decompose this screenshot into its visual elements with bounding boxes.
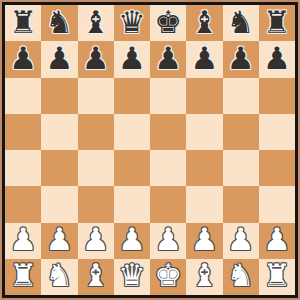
square-f3[interactable] xyxy=(186,186,222,222)
square-f5[interactable] xyxy=(186,114,222,150)
square-d4[interactable] xyxy=(114,150,150,186)
white-pawn[interactable]: ♟ xyxy=(9,224,37,255)
square-e6[interactable] xyxy=(150,78,186,114)
square-d8[interactable]: ♛ xyxy=(114,5,150,41)
white-bishop[interactable]: ♝ xyxy=(82,260,110,291)
white-rook[interactable]: ♜ xyxy=(263,260,291,291)
square-h4[interactable] xyxy=(259,150,295,186)
square-b1[interactable]: ♞ xyxy=(41,259,77,295)
chess-board: ♜♞♝♛♚♝♞♜♟♟♟♟♟♟♟♟♟♟♟♟♟♟♟♟♜♞♝♛♚♝♞♜ xyxy=(2,2,298,298)
square-c7[interactable]: ♟ xyxy=(78,41,114,77)
square-c2[interactable]: ♟ xyxy=(78,223,114,259)
square-e1[interactable]: ♚ xyxy=(150,259,186,295)
white-pawn[interactable]: ♟ xyxy=(190,224,218,255)
square-a4[interactable] xyxy=(5,150,41,186)
white-pawn[interactable]: ♟ xyxy=(82,224,110,255)
square-a8[interactable]: ♜ xyxy=(5,5,41,41)
black-rook[interactable]: ♜ xyxy=(9,7,37,38)
square-c8[interactable]: ♝ xyxy=(78,5,114,41)
square-d6[interactable] xyxy=(114,78,150,114)
square-g4[interactable] xyxy=(223,150,259,186)
black-pawn[interactable]: ♟ xyxy=(227,43,255,74)
square-g5[interactable] xyxy=(223,114,259,150)
square-e8[interactable]: ♚ xyxy=(150,5,186,41)
black-pawn[interactable]: ♟ xyxy=(9,43,37,74)
square-c4[interactable] xyxy=(78,150,114,186)
white-pawn[interactable]: ♟ xyxy=(227,224,255,255)
square-a1[interactable]: ♜ xyxy=(5,259,41,295)
square-h6[interactable] xyxy=(259,78,295,114)
square-h5[interactable] xyxy=(259,114,295,150)
black-bishop[interactable]: ♝ xyxy=(82,7,110,38)
square-b5[interactable] xyxy=(41,114,77,150)
square-g1[interactable]: ♞ xyxy=(223,259,259,295)
black-king[interactable]: ♚ xyxy=(154,7,182,38)
black-pawn[interactable]: ♟ xyxy=(263,43,291,74)
square-a5[interactable] xyxy=(5,114,41,150)
square-d2[interactable]: ♟ xyxy=(114,223,150,259)
white-pawn[interactable]: ♟ xyxy=(154,224,182,255)
square-a6[interactable] xyxy=(5,78,41,114)
black-bishop[interactable]: ♝ xyxy=(190,7,218,38)
square-b2[interactable]: ♟ xyxy=(41,223,77,259)
square-f7[interactable]: ♟ xyxy=(186,41,222,77)
square-g6[interactable] xyxy=(223,78,259,114)
square-h2[interactable]: ♟ xyxy=(259,223,295,259)
white-knight[interactable]: ♞ xyxy=(227,260,255,291)
square-h8[interactable]: ♜ xyxy=(259,5,295,41)
square-f6[interactable] xyxy=(186,78,222,114)
black-pawn[interactable]: ♟ xyxy=(118,43,146,74)
square-c1[interactable]: ♝ xyxy=(78,259,114,295)
square-a7[interactable]: ♟ xyxy=(5,41,41,77)
white-knight[interactable]: ♞ xyxy=(45,260,73,291)
square-e3[interactable] xyxy=(150,186,186,222)
square-b4[interactable] xyxy=(41,150,77,186)
square-c3[interactable] xyxy=(78,186,114,222)
square-d7[interactable]: ♟ xyxy=(114,41,150,77)
square-g7[interactable]: ♟ xyxy=(223,41,259,77)
square-f8[interactable]: ♝ xyxy=(186,5,222,41)
black-pawn[interactable]: ♟ xyxy=(82,43,110,74)
square-g8[interactable]: ♞ xyxy=(223,5,259,41)
square-d5[interactable] xyxy=(114,114,150,150)
white-pawn[interactable]: ♟ xyxy=(118,224,146,255)
square-b3[interactable] xyxy=(41,186,77,222)
square-f4[interactable] xyxy=(186,150,222,186)
square-b8[interactable]: ♞ xyxy=(41,5,77,41)
white-pawn[interactable]: ♟ xyxy=(45,224,73,255)
board-frame: ♜♞♝♛♚♝♞♜♟♟♟♟♟♟♟♟♟♟♟♟♟♟♟♟♜♞♝♛♚♝♞♜ xyxy=(0,0,300,300)
square-c6[interactable] xyxy=(78,78,114,114)
black-queen[interactable]: ♛ xyxy=(118,7,146,38)
square-h1[interactable]: ♜ xyxy=(259,259,295,295)
black-knight[interactable]: ♞ xyxy=(227,7,255,38)
white-pawn[interactable]: ♟ xyxy=(263,224,291,255)
white-bishop[interactable]: ♝ xyxy=(190,260,218,291)
white-rook[interactable]: ♜ xyxy=(9,260,37,291)
square-f2[interactable]: ♟ xyxy=(186,223,222,259)
square-b6[interactable] xyxy=(41,78,77,114)
square-e5[interactable] xyxy=(150,114,186,150)
black-pawn[interactable]: ♟ xyxy=(45,43,73,74)
square-g2[interactable]: ♟ xyxy=(223,223,259,259)
black-knight[interactable]: ♞ xyxy=(45,7,73,38)
square-f1[interactable]: ♝ xyxy=(186,259,222,295)
black-rook[interactable]: ♜ xyxy=(263,7,291,38)
white-king[interactable]: ♚ xyxy=(154,260,182,291)
square-d3[interactable] xyxy=(114,186,150,222)
square-c5[interactable] xyxy=(78,114,114,150)
square-e4[interactable] xyxy=(150,150,186,186)
black-pawn[interactable]: ♟ xyxy=(190,43,218,74)
square-e2[interactable]: ♟ xyxy=(150,223,186,259)
square-e7[interactable]: ♟ xyxy=(150,41,186,77)
black-pawn[interactable]: ♟ xyxy=(154,43,182,74)
square-h3[interactable] xyxy=(259,186,295,222)
white-queen[interactable]: ♛ xyxy=(118,260,146,291)
square-a2[interactable]: ♟ xyxy=(5,223,41,259)
square-b7[interactable]: ♟ xyxy=(41,41,77,77)
square-g3[interactable] xyxy=(223,186,259,222)
square-h7[interactable]: ♟ xyxy=(259,41,295,77)
square-a3[interactable] xyxy=(5,186,41,222)
square-d1[interactable]: ♛ xyxy=(114,259,150,295)
